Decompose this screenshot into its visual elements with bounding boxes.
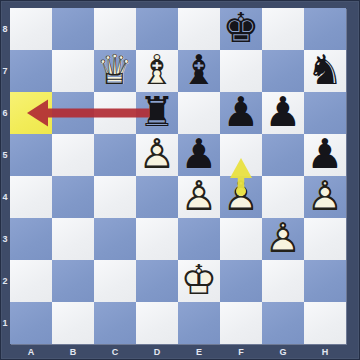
rank-label-7: 7 bbox=[0, 66, 10, 76]
square-d2[interactable] bbox=[136, 260, 178, 302]
black-piece-glyph: ♞ bbox=[304, 49, 346, 91]
rank-label-6: 6 bbox=[0, 108, 10, 118]
square-d4[interactable] bbox=[136, 176, 178, 218]
square-e2[interactable]: ♚♔ bbox=[178, 260, 220, 302]
rank-label-5: 5 bbox=[0, 150, 10, 160]
square-d7[interactable]: ♝♗ bbox=[136, 50, 178, 92]
square-a1[interactable] bbox=[10, 302, 52, 344]
black-piece-glyph: ♟ bbox=[178, 133, 220, 175]
square-g2[interactable] bbox=[262, 260, 304, 302]
black-piece-glyph: ♟ bbox=[220, 91, 262, 133]
chess-board: ♚♛♕♝♗♝♞♜♟♟♟♙♟♟♟♙♟♙♟♙♟♙♚♔ bbox=[10, 8, 346, 344]
square-a7[interactable] bbox=[10, 50, 52, 92]
square-f1[interactable] bbox=[220, 302, 262, 344]
rank-label-8: 8 bbox=[0, 24, 10, 34]
black-piece-glyph: ♜ bbox=[136, 91, 178, 133]
square-b5[interactable] bbox=[52, 134, 94, 176]
piece-white-pawn-d5[interactable]: ♟♙ bbox=[136, 134, 178, 176]
square-g8[interactable] bbox=[262, 8, 304, 50]
square-d6[interactable]: ♜ bbox=[136, 92, 178, 134]
piece-black-pawn-h5[interactable]: ♟ bbox=[304, 134, 346, 176]
square-a2[interactable] bbox=[10, 260, 52, 302]
square-f8[interactable]: ♚ bbox=[220, 8, 262, 50]
file-label-h: H bbox=[304, 347, 346, 358]
square-a8[interactable] bbox=[10, 8, 52, 50]
chess-board-frame: ♚♛♕♝♗♝♞♜♟♟♟♙♟♟♟♙♟♙♟♙♟♙♚♔ 87654321 ABCDEF… bbox=[0, 0, 360, 360]
square-g1[interactable] bbox=[262, 302, 304, 344]
piece-black-pawn-f6[interactable]: ♟ bbox=[220, 92, 262, 134]
piece-black-pawn-e5[interactable]: ♟ bbox=[178, 134, 220, 176]
square-c3[interactable] bbox=[94, 218, 136, 260]
square-a4[interactable] bbox=[10, 176, 52, 218]
square-f5[interactable] bbox=[220, 134, 262, 176]
square-f7[interactable] bbox=[220, 50, 262, 92]
square-h4[interactable]: ♟♙ bbox=[304, 176, 346, 218]
black-piece-glyph: ♟ bbox=[262, 91, 304, 133]
piece-black-rook-d6[interactable]: ♜ bbox=[136, 92, 178, 134]
square-e8[interactable] bbox=[178, 8, 220, 50]
square-h1[interactable] bbox=[304, 302, 346, 344]
square-g7[interactable] bbox=[262, 50, 304, 92]
square-h6[interactable] bbox=[304, 92, 346, 134]
black-piece-glyph: ♚ bbox=[220, 7, 262, 49]
square-b6[interactable] bbox=[52, 92, 94, 134]
piece-white-king-e2[interactable]: ♚♔ bbox=[178, 260, 220, 302]
square-d8[interactable] bbox=[136, 8, 178, 50]
square-d3[interactable] bbox=[136, 218, 178, 260]
square-h8[interactable] bbox=[304, 8, 346, 50]
square-h7[interactable]: ♞ bbox=[304, 50, 346, 92]
file-label-g: G bbox=[262, 347, 304, 358]
square-c6[interactable] bbox=[94, 92, 136, 134]
square-b8[interactable] bbox=[52, 8, 94, 50]
white-piece-outline-glyph: ♙ bbox=[178, 175, 220, 217]
square-e3[interactable] bbox=[178, 218, 220, 260]
square-h3[interactable] bbox=[304, 218, 346, 260]
white-piece-outline-glyph: ♙ bbox=[304, 175, 346, 217]
piece-black-knight-h7[interactable]: ♞ bbox=[304, 50, 346, 92]
square-e5[interactable]: ♟ bbox=[178, 134, 220, 176]
square-b2[interactable] bbox=[52, 260, 94, 302]
square-g5[interactable] bbox=[262, 134, 304, 176]
square-f2[interactable] bbox=[220, 260, 262, 302]
square-d5[interactable]: ♟♙ bbox=[136, 134, 178, 176]
white-piece-outline-glyph: ♙ bbox=[262, 217, 304, 259]
square-b4[interactable] bbox=[52, 176, 94, 218]
rank-label-4: 4 bbox=[0, 192, 10, 202]
file-label-a: A bbox=[10, 347, 52, 358]
square-c8[interactable] bbox=[94, 8, 136, 50]
rank-label-2: 2 bbox=[0, 276, 10, 286]
square-d1[interactable] bbox=[136, 302, 178, 344]
square-c4[interactable] bbox=[94, 176, 136, 218]
white-piece-outline-glyph: ♕ bbox=[94, 49, 136, 91]
square-b7[interactable] bbox=[52, 50, 94, 92]
piece-white-pawn-h4[interactable]: ♟♙ bbox=[304, 176, 346, 218]
square-c2[interactable] bbox=[94, 260, 136, 302]
square-e6[interactable] bbox=[178, 92, 220, 134]
file-label-d: D bbox=[136, 347, 178, 358]
black-piece-glyph: ♝ bbox=[178, 49, 220, 91]
square-a3[interactable] bbox=[10, 218, 52, 260]
piece-black-king-f8[interactable]: ♚ bbox=[220, 8, 262, 50]
square-e1[interactable] bbox=[178, 302, 220, 344]
square-f3[interactable] bbox=[220, 218, 262, 260]
file-label-f: F bbox=[220, 347, 262, 358]
square-e4[interactable]: ♟♙ bbox=[178, 176, 220, 218]
piece-black-bishop-e7[interactable]: ♝ bbox=[178, 50, 220, 92]
square-c7[interactable]: ♛♕ bbox=[94, 50, 136, 92]
square-f4[interactable]: ♟♙ bbox=[220, 176, 262, 218]
file-label-b: B bbox=[52, 347, 94, 358]
square-g4[interactable] bbox=[262, 176, 304, 218]
piece-black-pawn-g6[interactable]: ♟ bbox=[262, 92, 304, 134]
file-label-c: C bbox=[94, 347, 136, 358]
highlight-square-a6[interactable] bbox=[10, 92, 52, 134]
white-piece-outline-glyph: ♔ bbox=[178, 259, 220, 301]
rank-label-1: 1 bbox=[0, 318, 10, 328]
square-f6[interactable]: ♟ bbox=[220, 92, 262, 134]
white-piece-outline-glyph: ♙ bbox=[136, 133, 178, 175]
square-g3[interactable]: ♟♙ bbox=[262, 218, 304, 260]
white-piece-outline-glyph: ♗ bbox=[136, 49, 178, 91]
piece-white-bishop-d7[interactable]: ♝♗ bbox=[136, 50, 178, 92]
rank-label-3: 3 bbox=[0, 234, 10, 244]
square-h5[interactable]: ♟ bbox=[304, 134, 346, 176]
square-g6[interactable]: ♟ bbox=[262, 92, 304, 134]
square-h2[interactable] bbox=[304, 260, 346, 302]
square-e7[interactable]: ♝ bbox=[178, 50, 220, 92]
square-b3[interactable] bbox=[52, 218, 94, 260]
piece-white-queen-c7[interactable]: ♛♕ bbox=[94, 50, 136, 92]
piece-white-pawn-g3[interactable]: ♟♙ bbox=[262, 218, 304, 260]
file-label-e: E bbox=[178, 347, 220, 358]
black-piece-glyph: ♟ bbox=[304, 133, 346, 175]
square-b1[interactable] bbox=[52, 302, 94, 344]
white-piece-outline-glyph: ♙ bbox=[220, 175, 262, 217]
square-c1[interactable] bbox=[94, 302, 136, 344]
piece-white-pawn-e4[interactable]: ♟♙ bbox=[178, 176, 220, 218]
square-c5[interactable] bbox=[94, 134, 136, 176]
square-a5[interactable] bbox=[10, 134, 52, 176]
piece-white-pawn-f4[interactable]: ♟♙ bbox=[220, 176, 262, 218]
